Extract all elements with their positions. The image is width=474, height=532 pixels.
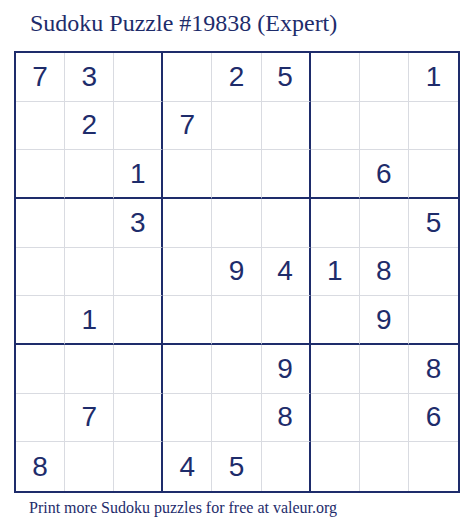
page-title: Sudoku Puzzle #19838 (Expert) — [30, 10, 337, 37]
cell-r6c9[interactable] — [409, 296, 458, 345]
cell-r6c6[interactable] — [262, 296, 311, 345]
cell-r7c6[interactable]: 9 — [262, 345, 311, 394]
cell-r3c4[interactable] — [163, 150, 212, 199]
cell-r8c3[interactable] — [114, 394, 163, 443]
cell-r3c8[interactable]: 6 — [360, 150, 409, 199]
cell-r2c8[interactable] — [360, 102, 409, 151]
cell-r8c4[interactable] — [163, 394, 212, 443]
cell-r2c2[interactable]: 2 — [65, 102, 114, 151]
cell-r5c3[interactable] — [114, 248, 163, 297]
cell-r2c4[interactable]: 7 — [163, 102, 212, 151]
cell-r2c5[interactable] — [212, 102, 261, 151]
cell-r2c3[interactable] — [114, 102, 163, 151]
cell-r8c2[interactable]: 7 — [65, 394, 114, 443]
cell-r8c6[interactable]: 8 — [262, 394, 311, 443]
cell-r4c1[interactable] — [16, 199, 65, 248]
cell-r6c1[interactable] — [16, 296, 65, 345]
cell-r6c3[interactable] — [114, 296, 163, 345]
cell-r8c9[interactable]: 6 — [409, 394, 458, 443]
cell-r4c2[interactable] — [65, 199, 114, 248]
cell-r3c1[interactable] — [16, 150, 65, 199]
cell-r6c2[interactable]: 1 — [65, 296, 114, 345]
cell-r7c1[interactable] — [16, 345, 65, 394]
cell-r4c5[interactable] — [212, 199, 261, 248]
cell-r9c5[interactable]: 5 — [212, 442, 261, 491]
cell-r9c4[interactable]: 4 — [163, 442, 212, 491]
cell-r8c8[interactable] — [360, 394, 409, 443]
cell-r1c1[interactable]: 7 — [16, 53, 65, 102]
cell-r1c2[interactable]: 3 — [65, 53, 114, 102]
cell-r5c1[interactable] — [16, 248, 65, 297]
cell-r6c8[interactable]: 9 — [360, 296, 409, 345]
sudoku-board: 7325127163594181998786845 — [14, 51, 460, 493]
cell-r7c8[interactable] — [360, 345, 409, 394]
cell-r5c2[interactable] — [65, 248, 114, 297]
cell-r2c1[interactable] — [16, 102, 65, 151]
cell-r4c9[interactable]: 5 — [409, 199, 458, 248]
cell-r3c5[interactable] — [212, 150, 261, 199]
cell-r5c7[interactable]: 1 — [311, 248, 360, 297]
cell-r9c3[interactable] — [114, 442, 163, 491]
cell-r3c2[interactable] — [65, 150, 114, 199]
footer-note: Print more Sudoku puzzles for free at va… — [29, 499, 337, 517]
cell-r6c7[interactable] — [311, 296, 360, 345]
cell-r3c3[interactable]: 1 — [114, 150, 163, 199]
cell-r2c9[interactable] — [409, 102, 458, 151]
cell-r5c5[interactable]: 9 — [212, 248, 261, 297]
cell-r2c7[interactable] — [311, 102, 360, 151]
cell-r1c4[interactable] — [163, 53, 212, 102]
cell-r9c6[interactable] — [262, 442, 311, 491]
cell-r8c7[interactable] — [311, 394, 360, 443]
cell-r9c2[interactable] — [65, 442, 114, 491]
cell-r7c5[interactable] — [212, 345, 261, 394]
cell-r5c9[interactable] — [409, 248, 458, 297]
cell-r3c7[interactable] — [311, 150, 360, 199]
cell-r9c8[interactable] — [360, 442, 409, 491]
cell-r2c6[interactable] — [262, 102, 311, 151]
cell-r4c3[interactable]: 3 — [114, 199, 163, 248]
cell-r7c4[interactable] — [163, 345, 212, 394]
cell-r7c7[interactable] — [311, 345, 360, 394]
cell-r9c1[interactable]: 8 — [16, 442, 65, 491]
cell-r1c7[interactable] — [311, 53, 360, 102]
cell-r5c8[interactable]: 8 — [360, 248, 409, 297]
cell-r6c5[interactable] — [212, 296, 261, 345]
cell-r7c2[interactable] — [65, 345, 114, 394]
cell-r3c9[interactable] — [409, 150, 458, 199]
cell-r1c8[interactable] — [360, 53, 409, 102]
cell-r4c8[interactable] — [360, 199, 409, 248]
cell-r1c9[interactable]: 1 — [409, 53, 458, 102]
cell-r3c6[interactable] — [262, 150, 311, 199]
cell-r1c3[interactable] — [114, 53, 163, 102]
cell-r9c7[interactable] — [311, 442, 360, 491]
cell-r7c3[interactable] — [114, 345, 163, 394]
cell-r1c5[interactable]: 2 — [212, 53, 261, 102]
cell-r8c1[interactable] — [16, 394, 65, 443]
cell-r9c9[interactable] — [409, 442, 458, 491]
cell-r4c7[interactable] — [311, 199, 360, 248]
cell-r5c6[interactable]: 4 — [262, 248, 311, 297]
cell-r7c9[interactable]: 8 — [409, 345, 458, 394]
cell-r6c4[interactable] — [163, 296, 212, 345]
cell-r4c6[interactable] — [262, 199, 311, 248]
cell-r5c4[interactable] — [163, 248, 212, 297]
cell-r1c6[interactable]: 5 — [262, 53, 311, 102]
cell-r8c5[interactable] — [212, 394, 261, 443]
cell-r4c4[interactable] — [163, 199, 212, 248]
